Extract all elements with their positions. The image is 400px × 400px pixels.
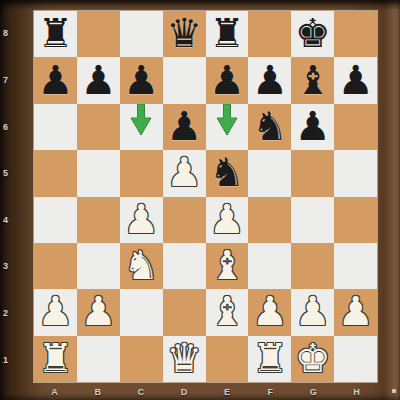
rank-label-7: 7 (0, 57, 33, 104)
square-a8[interactable]: ♜︎ (34, 11, 77, 57)
square-f6[interactable]: ♞︎ (248, 104, 291, 150)
square-h5[interactable] (334, 150, 377, 196)
file-label-text: A (51, 387, 58, 397)
black-rook[interactable]: ♜︎ (209, 13, 245, 53)
white-pawn[interactable]: ♟︎ (123, 199, 159, 239)
square-e3[interactable]: ♝︎ (206, 243, 249, 289)
black-bishop[interactable]: ♝︎ (295, 60, 331, 100)
white-pawn[interactable]: ♟︎ (80, 291, 116, 331)
square-h2[interactable]: ♟︎ (334, 289, 377, 335)
square-c2[interactable] (120, 289, 163, 335)
square-a2[interactable]: ♟︎ (34, 289, 77, 335)
rank-label-8: 8 (0, 10, 33, 57)
white-rook[interactable]: ♜︎ (38, 338, 74, 378)
square-e6[interactable] (206, 104, 249, 150)
black-pawn[interactable]: ♟︎ (123, 60, 159, 100)
white-queen[interactable]: ♛︎ (166, 338, 202, 378)
file-labels: ABCDEFGH (33, 383, 378, 400)
square-b7[interactable]: ♟︎ (77, 57, 120, 103)
square-g8[interactable]: ♚︎ (291, 11, 334, 57)
square-c1[interactable] (120, 336, 163, 382)
rank-label-text: 4 (3, 215, 8, 225)
rank-label-text: 1 (3, 355, 8, 365)
square-h1[interactable] (334, 336, 377, 382)
white-bishop[interactable]: ♝︎ (209, 291, 245, 331)
square-d5[interactable]: ♟︎ (163, 150, 206, 196)
square-f3[interactable] (248, 243, 291, 289)
square-f4[interactable] (248, 197, 291, 243)
square-c7[interactable]: ♟︎ (120, 57, 163, 103)
rank-label-text: 2 (3, 308, 8, 318)
file-label-b: B (76, 383, 119, 400)
square-g4[interactable] (291, 197, 334, 243)
square-h3[interactable] (334, 243, 377, 289)
square-f2[interactable]: ♟︎ (248, 289, 291, 335)
move-hint-arrow-e6 (215, 104, 239, 136)
square-f8[interactable] (248, 11, 291, 57)
file-label-text: G (310, 387, 317, 397)
white-pawn[interactable]: ♟︎ (338, 291, 374, 331)
square-d6[interactable]: ♟︎ (163, 104, 206, 150)
white-pawn[interactable]: ♟︎ (209, 199, 245, 239)
square-d2[interactable] (163, 289, 206, 335)
black-pawn[interactable]: ♟︎ (80, 60, 116, 100)
square-d1[interactable]: ♛︎ (163, 336, 206, 382)
square-b8[interactable] (77, 11, 120, 57)
white-pawn[interactable]: ♟︎ (166, 152, 202, 192)
white-rook[interactable]: ♜︎ (252, 338, 288, 378)
move-hint-arrow-c6 (129, 104, 153, 136)
square-b3[interactable] (77, 243, 120, 289)
file-label-e: E (206, 383, 249, 400)
black-queen[interactable]: ♛︎ (166, 13, 202, 53)
square-g1[interactable]: ♚︎ (291, 336, 334, 382)
square-a6[interactable] (34, 104, 77, 150)
black-knight[interactable]: ♞︎ (209, 152, 245, 192)
square-d8[interactable]: ♛︎ (163, 11, 206, 57)
square-a7[interactable]: ♟︎ (34, 57, 77, 103)
resize-handle[interactable] (392, 389, 396, 393)
square-h7[interactable]: ♟︎ (334, 57, 377, 103)
black-pawn[interactable]: ♟︎ (338, 60, 374, 100)
file-label-text: C (138, 387, 145, 397)
square-a3[interactable] (34, 243, 77, 289)
file-label-text: F (267, 387, 273, 397)
square-f7[interactable]: ♟︎ (248, 57, 291, 103)
square-e8[interactable]: ♜︎ (206, 11, 249, 57)
square-c6[interactable] (120, 104, 163, 150)
file-label-d: D (162, 383, 205, 400)
rank-label-1: 1 (0, 336, 33, 383)
square-h4[interactable] (334, 197, 377, 243)
black-pawn[interactable]: ♟︎ (209, 60, 245, 100)
white-king[interactable]: ♚︎ (295, 338, 331, 378)
file-label-text: D (181, 387, 188, 397)
white-knight[interactable]: ♞︎ (123, 245, 159, 285)
square-d3[interactable] (163, 243, 206, 289)
square-f1[interactable]: ♜︎ (248, 336, 291, 382)
square-e4[interactable]: ♟︎ (206, 197, 249, 243)
rank-labels: 87654321 (0, 10, 33, 383)
rank-label-2: 2 (0, 290, 33, 337)
square-h6[interactable] (334, 104, 377, 150)
file-label-g: G (292, 383, 335, 400)
white-bishop[interactable]: ♝︎ (209, 245, 245, 285)
square-d7[interactable] (163, 57, 206, 103)
square-g2[interactable]: ♟︎ (291, 289, 334, 335)
white-pawn[interactable]: ♟︎ (38, 291, 74, 331)
square-e2[interactable]: ♝︎ (206, 289, 249, 335)
file-label-text: B (94, 387, 101, 397)
rank-label-text: 7 (3, 75, 8, 85)
chess-board-frame: 87654321 ♜︎♛︎♜︎♚︎♟︎♟︎♟︎♟︎♟︎♝︎♟︎♟︎♞︎♟︎♟︎♞… (0, 0, 400, 400)
square-c4[interactable]: ♟︎ (120, 197, 163, 243)
square-f5[interactable] (248, 150, 291, 196)
square-b4[interactable] (77, 197, 120, 243)
square-b2[interactable]: ♟︎ (77, 289, 120, 335)
rank-label-5: 5 (0, 150, 33, 197)
black-pawn[interactable]: ♟︎ (166, 106, 202, 146)
white-pawn[interactable]: ♟︎ (252, 291, 288, 331)
rank-label-text: 6 (3, 122, 8, 132)
file-label-f: F (249, 383, 292, 400)
file-label-a: A (33, 383, 76, 400)
board[interactable]: ♜︎♛︎♜︎♚︎♟︎♟︎♟︎♟︎♟︎♝︎♟︎♟︎♞︎♟︎♟︎♞︎♟︎♟︎♞︎♝︎… (33, 10, 378, 383)
black-knight[interactable]: ♞︎ (252, 106, 288, 146)
square-e1[interactable] (206, 336, 249, 382)
square-c3[interactable]: ♞︎ (120, 243, 163, 289)
square-g3[interactable] (291, 243, 334, 289)
square-g5[interactable] (291, 150, 334, 196)
square-a5[interactable] (34, 150, 77, 196)
square-g6[interactable]: ♟︎ (291, 104, 334, 150)
square-c5[interactable] (120, 150, 163, 196)
square-a1[interactable]: ♜︎ (34, 336, 77, 382)
file-label-text: E (224, 387, 230, 397)
square-c8[interactable] (120, 11, 163, 57)
rank-label-6: 6 (0, 103, 33, 150)
square-b1[interactable] (77, 336, 120, 382)
white-pawn[interactable]: ♟︎ (295, 291, 331, 331)
square-e7[interactable]: ♟︎ (206, 57, 249, 103)
file-label-c: C (119, 383, 162, 400)
square-h8[interactable] (334, 11, 377, 57)
square-d4[interactable] (163, 197, 206, 243)
rank-label-text: 8 (3, 28, 8, 38)
square-a4[interactable] (34, 197, 77, 243)
rank-label-text: 3 (3, 261, 8, 271)
black-rook[interactable]: ♜︎ (38, 13, 74, 53)
square-b6[interactable] (77, 104, 120, 150)
black-pawn[interactable]: ♟︎ (38, 60, 74, 100)
black-pawn[interactable]: ♟︎ (295, 106, 331, 146)
square-g7[interactable]: ♝︎ (291, 57, 334, 103)
square-b5[interactable] (77, 150, 120, 196)
black-pawn[interactable]: ♟︎ (252, 60, 288, 100)
black-king[interactable]: ♚︎ (295, 13, 331, 53)
rank-label-text: 5 (3, 168, 8, 178)
square-e5[interactable]: ♞︎ (206, 150, 249, 196)
rank-label-4: 4 (0, 197, 33, 244)
rank-label-3: 3 (0, 243, 33, 290)
file-label-h: H (335, 383, 378, 400)
file-label-text: H (353, 387, 360, 397)
